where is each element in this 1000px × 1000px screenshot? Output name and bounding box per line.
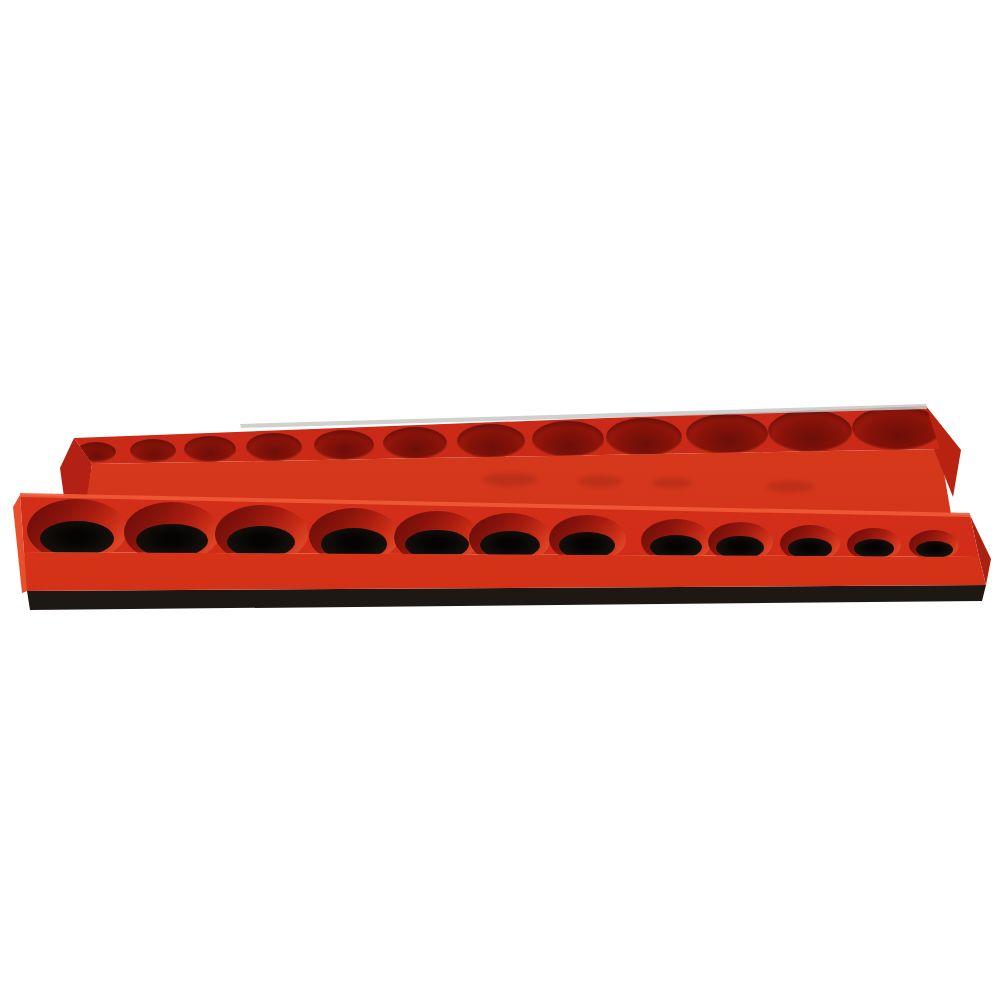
rear-socket-hole [532,421,604,457]
rear-socket-hole [130,439,176,462]
front-socket-hole [909,530,959,560]
smudge-mark [483,473,537,486]
rear-socket-hole [606,418,682,456]
smudge-mark [578,476,622,487]
front-socket-hole [847,528,901,561]
rear-socket-hole [246,433,302,461]
rear-socket-hole [686,414,768,454]
front-socket-hole [27,499,127,561]
socket-hole-bottom [40,521,114,556]
smudge-mark [652,478,692,488]
socket-hole-bottom [916,541,953,558]
socket-hole-bottom [854,539,894,557]
socket-hole-bottom [716,536,764,558]
product-photo-stage [0,0,1000,1000]
rear-socket-hole [184,436,236,462]
rear-socket-hole [383,427,447,459]
rear-socket-hole [457,424,525,458]
smudge-mark [767,481,813,492]
socket-hole-bottom [788,538,832,559]
rear-socket-hole [314,430,374,460]
front-socket-hole [780,525,840,562]
socket-hole-bottom [136,524,207,558]
rear-socket-hole [768,410,852,452]
